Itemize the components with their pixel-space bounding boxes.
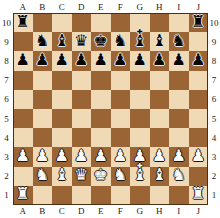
black-marshal[interactable]: ♞ [113,33,127,49]
file-label-bottom-b: B [33,205,53,218]
square-a5[interactable] [13,109,33,128]
square-d8[interactable]: ♟ [72,51,92,70]
white-pawn[interactable]: ♟ [16,148,30,164]
file-label-bottom-a: A [13,205,33,218]
square-b3[interactable]: ♟ [33,147,53,166]
corner-bottom-right [208,205,220,218]
rank-label-left-4: 4 [0,128,13,147]
white-marshal[interactable]: ♞ [113,167,127,183]
square-g1[interactable] [130,186,150,205]
square-f7[interactable] [111,71,131,90]
white-pawn[interactable]: ♟ [113,148,127,164]
square-h10[interactable] [150,13,170,32]
file-label-bottom-f: F [111,205,131,218]
white-queen[interactable]: ♛ [74,167,88,183]
square-h8[interactable]: ♟ [150,51,170,70]
file-label-bottom-j: J [189,205,209,218]
square-g8[interactable]: ♟ [130,51,150,70]
square-d9[interactable]: ♛ [72,32,92,51]
square-d10[interactable] [72,13,92,32]
square-c3[interactable]: ♟ [52,147,72,166]
white-pawn[interactable]: ♟ [55,148,69,164]
square-f9[interactable]: ♞ [111,32,131,51]
rank-label-right-3: 3 [208,147,220,166]
file-label-top-h: H [150,0,170,13]
square-i3[interactable]: ♟ [169,147,189,166]
white-rook[interactable]: ♜ [16,186,30,202]
square-c7[interactable] [52,71,72,90]
square-a8[interactable]: ♟ [13,51,33,70]
square-c5[interactable] [52,109,72,128]
square-e5[interactable] [91,109,111,128]
square-e8[interactable]: ♟ [91,51,111,70]
square-a6[interactable] [13,90,33,109]
file-label-bottom-i: I [169,205,189,218]
square-h7[interactable] [150,71,170,90]
square-i10[interactable] [169,13,189,32]
square-e7[interactable] [91,71,111,90]
black-bishop[interactable]: ♝ [152,33,166,49]
square-f4[interactable] [111,128,131,147]
file-label-top-b: B [33,0,53,13]
white-rook[interactable]: ♜ [191,186,205,202]
square-b1[interactable] [33,186,53,205]
rank-label-left-10: 10 [0,13,13,32]
square-b7[interactable] [33,71,53,90]
white-knight[interactable]: ♞ [172,167,186,183]
white-pawn[interactable]: ♟ [172,148,186,164]
grand-chess-board-screenshot: ABCDEFGHIJ10♜♜109♞♝♛♚♞♝✚♝♞98♟♟♟♟♟♟♟♟♟♟87… [0,0,220,218]
square-f5[interactable] [111,109,131,128]
file-label-bottom-e: E [91,205,111,218]
white-pawn[interactable]: ♟ [94,148,108,164]
black-bishop[interactable]: ♝ [55,33,69,49]
black-knight[interactable]: ♞ [35,33,49,49]
square-j10[interactable]: ♜ [189,13,209,32]
rank-label-left-7: 7 [0,71,13,90]
file-label-bottom-d: D [72,205,92,218]
square-g4[interactable] [130,128,150,147]
square-c9[interactable]: ♝ [52,32,72,51]
black-pawn[interactable]: ♟ [35,52,49,68]
square-d3[interactable]: ♟ [72,147,92,166]
square-f1[interactable] [111,186,131,205]
white-king[interactable]: ♚ [94,167,108,183]
square-i2[interactable]: ♞ [169,167,189,186]
square-i9[interactable]: ♞ [169,32,189,51]
black-rook[interactable]: ♜ [16,14,30,30]
square-g9[interactable]: ♝✚ [130,32,150,51]
black-pawn[interactable]: ♟ [16,52,30,68]
file-label-top-g: G [130,0,150,13]
file-label-top-d: D [72,0,92,13]
square-g2[interactable]: ♝✚ [130,167,150,186]
black-queen[interactable]: ♛ [74,33,88,49]
square-h9[interactable]: ♝ [150,32,170,51]
rank-label-left-1: 1 [0,186,13,205]
square-i4[interactable] [169,128,189,147]
square-d5[interactable] [72,109,92,128]
white-cardinal[interactable]: ♝✚ [133,167,147,183]
square-b8[interactable]: ♟ [33,51,53,70]
square-j2[interactable] [189,167,209,186]
rank-label-right-2: 2 [208,167,220,186]
square-b4[interactable] [33,128,53,147]
square-c4[interactable] [52,128,72,147]
square-j6[interactable] [189,90,209,109]
black-pawn[interactable]: ♟ [113,52,127,68]
square-e9[interactable]: ♚ [91,32,111,51]
square-c8[interactable]: ♟ [52,51,72,70]
rank-label-left-2: 2 [0,167,13,186]
square-a1[interactable]: ♜ [13,186,33,205]
corner-top-right [208,0,220,13]
rank-label-right-10: 10 [208,13,220,32]
square-f3[interactable]: ♟ [111,147,131,166]
square-a7[interactable] [13,71,33,90]
square-b10[interactable] [33,13,53,32]
square-a4[interactable] [13,128,33,147]
white-pawn[interactable]: ♟ [152,148,166,164]
cardinal-cross-icon: ✚ [137,29,143,36]
square-h1[interactable] [150,186,170,205]
square-a10[interactable]: ♜ [13,13,33,32]
square-i8[interactable]: ♟ [169,51,189,70]
rank-label-left-5: 5 [0,109,13,128]
square-g6[interactable] [130,90,150,109]
black-pawn[interactable]: ♟ [133,52,147,68]
square-j3[interactable]: ♟ [189,147,209,166]
black-cardinal[interactable]: ♝✚ [133,33,147,49]
file-label-bottom-c: C [52,205,72,218]
square-f10[interactable] [111,13,131,32]
rank-label-right-9: 9 [208,32,220,51]
square-f8[interactable]: ♟ [111,51,131,70]
square-a9[interactable] [13,32,33,51]
square-h6[interactable] [150,90,170,109]
square-b9[interactable]: ♞ [33,32,53,51]
square-d2[interactable]: ♛ [72,167,92,186]
square-i1[interactable] [169,186,189,205]
square-j4[interactable] [189,128,209,147]
square-h5[interactable] [150,109,170,128]
white-bishop[interactable]: ♝ [152,167,166,183]
file-label-bottom-h: H [150,205,170,218]
square-c2[interactable]: ♝ [52,167,72,186]
black-pawn[interactable]: ♟ [152,52,166,68]
rank-label-left-9: 9 [0,32,13,51]
square-g5[interactable] [130,109,150,128]
file-label-top-c: C [52,0,72,13]
square-e3[interactable]: ♟ [91,147,111,166]
rank-label-right-5: 5 [208,109,220,128]
square-j8[interactable]: ♟ [189,51,209,70]
white-pawn[interactable]: ♟ [74,148,88,164]
square-a3[interactable]: ♟ [13,147,33,166]
file-label-top-e: E [91,0,111,13]
square-e6[interactable] [91,90,111,109]
black-pawn[interactable]: ♟ [191,52,205,68]
square-j7[interactable] [189,71,209,90]
white-bishop[interactable]: ♝ [55,167,69,183]
square-e4[interactable] [91,128,111,147]
square-i6[interactable] [169,90,189,109]
rank-label-right-7: 7 [208,71,220,90]
square-i7[interactable] [169,71,189,90]
square-e2[interactable]: ♚ [91,167,111,186]
square-b6[interactable] [33,90,53,109]
file-label-top-f: F [111,0,131,13]
square-h2[interactable]: ♝ [150,167,170,186]
square-b5[interactable] [33,109,53,128]
square-c10[interactable] [52,13,72,32]
rank-label-right-8: 8 [208,51,220,70]
square-j5[interactable] [189,109,209,128]
square-c6[interactable] [52,90,72,109]
square-b2[interactable]: ♞ [33,167,53,186]
square-d6[interactable] [72,90,92,109]
square-h4[interactable] [150,128,170,147]
rank-label-left-6: 6 [0,90,13,109]
white-pawn[interactable]: ♟ [35,148,49,164]
corner-bottom-left [0,205,13,218]
square-j1[interactable]: ♜ [189,186,209,205]
black-king[interactable]: ♚ [94,33,108,49]
square-j9[interactable] [189,32,209,51]
rank-label-left-8: 8 [0,51,13,70]
square-f6[interactable] [111,90,131,109]
square-d4[interactable] [72,128,92,147]
square-h3[interactable]: ♟ [150,147,170,166]
file-label-top-i: I [169,0,189,13]
rank-label-right-1: 1 [208,186,220,205]
black-pawn[interactable]: ♟ [172,52,186,68]
cardinal-cross-icon: ✚ [137,163,143,170]
square-e1[interactable] [91,186,111,205]
white-pawn[interactable]: ♟ [191,148,205,164]
black-pawn[interactable]: ♟ [74,52,88,68]
square-c1[interactable] [52,186,72,205]
white-knight[interactable]: ♞ [35,167,49,183]
rank-label-right-4: 4 [208,128,220,147]
file-label-bottom-g: G [130,205,150,218]
rank-label-right-6: 6 [208,90,220,109]
rank-label-left-3: 3 [0,147,13,166]
square-g7[interactable] [130,71,150,90]
square-a2[interactable] [13,167,33,186]
corner-top-left [0,0,13,13]
black-rook[interactable]: ♜ [191,14,205,30]
chess-board: ABCDEFGHIJ10♜♜109♞♝♛♚♞♝✚♝♞98♟♟♟♟♟♟♟♟♟♟87… [0,0,220,218]
square-i5[interactable] [169,109,189,128]
black-pawn[interactable]: ♟ [94,52,108,68]
square-d1[interactable] [72,186,92,205]
square-d7[interactable] [72,71,92,90]
square-e10[interactable] [91,13,111,32]
black-pawn[interactable]: ♟ [55,52,69,68]
black-knight[interactable]: ♞ [172,33,186,49]
square-f2[interactable]: ♞ [111,167,131,186]
